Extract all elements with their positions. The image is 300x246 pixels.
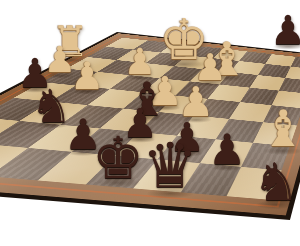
chess-set-product-photo: ♟♜♚♟♟♝♟♟♟♟♝♟♞♟♝♟♟♟♚♛♞ (0, 0, 300, 246)
chess-board (0, 32, 300, 220)
board-frame (0, 32, 300, 220)
black-pawn-off-board: ♟ (270, 10, 300, 50)
board-squares-grid (0, 38, 300, 200)
